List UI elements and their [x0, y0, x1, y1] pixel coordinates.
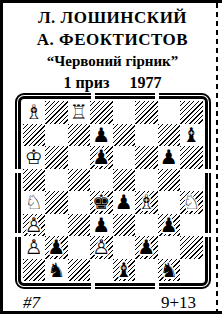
- piece-white-pawn: ♟♙: [23, 236, 46, 259]
- square-e7: [113, 124, 136, 147]
- piece-white-king: ♚♔: [23, 146, 46, 169]
- border-joint: [155, 282, 159, 289]
- square-a6: ♚♔: [23, 146, 46, 169]
- border-joint: [155, 93, 159, 100]
- border-joint: [91, 282, 95, 289]
- piece-glyph: ♞: [45, 259, 68, 282]
- square-b1: ♞: [45, 259, 68, 282]
- square-d1: [90, 259, 113, 282]
- board-grid: ♝♗♜♖♟♝♚♔♟♟♞♘♚♟♝♗♞♘♟♙♟♟♟♙♟♟♙♟♞♝♞: [23, 101, 203, 281]
- square-c8: ♜♖: [68, 101, 91, 124]
- square-b3: [45, 214, 68, 237]
- square-f5: [135, 169, 158, 192]
- square-e4: ♟: [113, 191, 136, 214]
- column-separator-dashed-line: [216, 3, 218, 311]
- piece-black-pawn: ♟: [158, 146, 181, 169]
- source-title: “Червоний гірник”: [3, 51, 222, 72]
- square-g5: [158, 169, 181, 192]
- piece-black-knight: ♞: [158, 259, 181, 282]
- square-b2: ♟: [45, 236, 68, 259]
- problem-header: Л. ЛОШИНСКИЙ А. ФЕОКТИСТОВ “Червоний гір…: [3, 3, 222, 93]
- square-a3: ♟♙: [23, 214, 46, 237]
- stipulation: #7: [23, 292, 40, 313]
- square-g2: [158, 236, 181, 259]
- piece-black-pawn: ♟: [90, 214, 113, 237]
- square-d3: ♟: [90, 214, 113, 237]
- piece-glyph: ♝: [180, 124, 203, 147]
- square-e1: ♝: [113, 259, 136, 282]
- piece-black-pawn: ♟: [113, 191, 136, 214]
- square-d8: [90, 101, 113, 124]
- material-count: 9+13: [161, 292, 196, 313]
- square-c7: [68, 124, 91, 147]
- piece-black-pawn: ♟: [90, 124, 113, 147]
- piece-black-bishop: ♝: [113, 259, 136, 282]
- piece-outline: ♗: [135, 191, 158, 214]
- border-joint: [15, 233, 22, 237]
- square-b4: [45, 191, 68, 214]
- square-h1: [180, 259, 203, 282]
- square-b5: [45, 169, 68, 192]
- square-h7: ♝: [180, 124, 203, 147]
- piece-white-rook: ♜♖: [68, 101, 91, 124]
- piece-outline: ♙: [90, 236, 113, 259]
- border-joint: [204, 169, 211, 173]
- year: 1977: [129, 72, 161, 93]
- piece-glyph: ♟: [158, 146, 181, 169]
- piece-black-bishop: ♝: [180, 124, 203, 147]
- square-f8: [135, 101, 158, 124]
- square-f4: ♝♗: [135, 191, 158, 214]
- square-e8: [113, 101, 136, 124]
- square-d4: ♚: [90, 191, 113, 214]
- board-outer-border: ♝♗♜♖♟♝♚♔♟♟♞♘♚♟♝♗♞♘♟♙♟♟♟♙♟♟♙♟♞♝♞: [15, 93, 211, 289]
- square-a2: ♟♙: [23, 236, 46, 259]
- piece-white-bishop: ♝♗: [23, 101, 46, 124]
- author-1: Л. ЛОШИНСКИЙ: [3, 7, 222, 29]
- square-c6: [68, 146, 91, 169]
- piece-glyph: ♝: [113, 259, 136, 282]
- square-g8: [158, 101, 181, 124]
- piece-black-pawn: ♟: [45, 236, 68, 259]
- piece-outline: ♘: [180, 191, 203, 214]
- square-a7: [23, 124, 46, 147]
- piece-white-pawn: ♟♙: [90, 236, 113, 259]
- square-f1: [135, 259, 158, 282]
- chess-board: ♝♗♜♖♟♝♚♔♟♟♞♘♚♟♝♗♞♘♟♙♟♟♟♙♟♟♙♟♞♝♞: [15, 93, 211, 289]
- square-g4: [158, 191, 181, 214]
- piece-white-knight: ♞♘: [23, 191, 46, 214]
- piece-glyph: ♟: [45, 236, 68, 259]
- piece-black-pawn: ♟: [90, 146, 113, 169]
- piece-outline: ♗: [23, 101, 46, 124]
- square-e6: [113, 146, 136, 169]
- square-g3: ♟: [158, 214, 181, 237]
- square-g1: ♞: [158, 259, 181, 282]
- square-b7: [45, 124, 68, 147]
- square-e2: [113, 236, 136, 259]
- square-f6: [135, 146, 158, 169]
- square-e3: [113, 214, 136, 237]
- board-inner-border: ♝♗♜♖♟♝♚♔♟♟♞♘♚♟♝♗♞♘♟♙♟♟♟♙♟♟♙♟♞♝♞: [18, 96, 208, 286]
- square-f3: [135, 214, 158, 237]
- piece-black-king: ♚: [90, 191, 113, 214]
- square-a8: ♝♗: [23, 101, 46, 124]
- square-f2: ♟: [135, 236, 158, 259]
- piece-white-knight: ♞♘: [180, 191, 203, 214]
- square-h6: [180, 146, 203, 169]
- square-h4: ♞♘: [180, 191, 203, 214]
- square-d2: ♟♙: [90, 236, 113, 259]
- piece-white-pawn: ♟♙: [23, 214, 46, 237]
- square-c4: [68, 191, 91, 214]
- piece-glyph: ♟: [158, 214, 181, 237]
- square-a5: [23, 169, 46, 192]
- magazine-clipping: Л. ЛОШИНСКИЙ А. ФЕОКТИСТОВ “Червоний гір…: [0, 0, 222, 314]
- square-d5: [90, 169, 113, 192]
- piece-outline: ♙: [23, 236, 46, 259]
- piece-outline: ♘: [23, 191, 46, 214]
- award-year-row: 1 приз 1977: [3, 72, 222, 93]
- square-h8: [180, 101, 203, 124]
- square-b6: [45, 146, 68, 169]
- square-b8: [45, 101, 68, 124]
- square-e5: [113, 169, 136, 192]
- square-c5: [68, 169, 91, 192]
- piece-glyph: ♚: [90, 191, 113, 214]
- award: 1 приз: [64, 72, 110, 93]
- square-d6: ♟: [90, 146, 113, 169]
- square-c1: [68, 259, 91, 282]
- piece-glyph: ♞: [158, 259, 181, 282]
- square-a1: [23, 259, 46, 282]
- border-joint: [91, 93, 95, 100]
- square-h3: [180, 214, 203, 237]
- border-joint: [15, 169, 22, 173]
- piece-black-pawn: ♟: [158, 214, 181, 237]
- square-d7: ♟: [90, 124, 113, 147]
- square-g6: ♟: [158, 146, 181, 169]
- square-c2: [68, 236, 91, 259]
- piece-glyph: ♟: [90, 124, 113, 147]
- piece-glyph: ♟: [113, 191, 136, 214]
- square-a4: ♞♘: [23, 191, 46, 214]
- border-joint: [204, 233, 211, 237]
- author-2: А. ФЕОКТИСТОВ: [3, 29, 222, 51]
- problem-footer: #7 9+13: [3, 292, 222, 313]
- piece-glyph: ♟: [90, 146, 113, 169]
- piece-black-knight: ♞: [45, 259, 68, 282]
- piece-glyph: ♟: [90, 214, 113, 237]
- square-h2: [180, 236, 203, 259]
- piece-outline: ♙: [23, 214, 46, 237]
- square-h5: [180, 169, 203, 192]
- piece-outline: ♖: [68, 101, 91, 124]
- piece-glyph: ♟: [135, 236, 158, 259]
- piece-black-pawn: ♟: [135, 236, 158, 259]
- piece-outline: ♔: [23, 146, 46, 169]
- square-g7: [158, 124, 181, 147]
- piece-white-bishop: ♝♗: [135, 191, 158, 214]
- square-c3: [68, 214, 91, 237]
- square-f7: [135, 124, 158, 147]
